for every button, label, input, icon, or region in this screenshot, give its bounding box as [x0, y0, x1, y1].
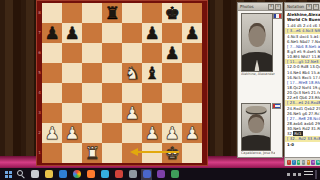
- notation-line[interactable]: [ 32...Rd2 33.Rc8+ Kg7 ]: [285, 136, 320, 141]
- square-b4[interactable]: [62, 83, 82, 103]
- square-a1[interactable]: [42, 143, 62, 163]
- taskbar: [0, 168, 320, 180]
- board[interactable]: ♜♚♟♟♟♟♟♞♝♟♟♟♟♟♟♜♚: [42, 3, 202, 163]
- white-rook-c1[interactable]: ♜: [84, 143, 99, 163]
- square-g2[interactable]: ♟: [162, 123, 182, 143]
- notation-line[interactable]: 14.Ne4 Bb4 15.a5 0-0: [285, 70, 320, 75]
- square-a2[interactable]: ♟: [42, 123, 62, 143]
- notation-line[interactable]: [ 23...e4 24.Rxd8 Rxd8 ]: [285, 100, 320, 105]
- taskbar-app-icon-1[interactable]: [31, 170, 39, 178]
- notation-titlebar[interactable]: Notation ▾ x: [285, 3, 320, 11]
- square-h7[interactable]: ♟: [182, 23, 202, 43]
- square-h2[interactable]: ♟: [182, 123, 202, 143]
- square-b2[interactable]: ♟: [62, 123, 82, 143]
- taskbar-app-icon-7[interactable]: [115, 170, 123, 178]
- square-b6[interactable]: [62, 43, 82, 63]
- annotation-tool-?[interactable]: ?: [292, 160, 296, 165]
- square-g5[interactable]: [162, 63, 182, 83]
- black-pawn-g6[interactable]: ♟: [164, 43, 179, 63]
- taskbar-app-icon-9[interactable]: [143, 170, 151, 178]
- notation-toolbar: !?±=+∞N: [285, 157, 320, 166]
- taskbar-app-icon-5[interactable]: [87, 170, 95, 178]
- annotation-tool-±[interactable]: ±: [297, 160, 301, 165]
- square-e6[interactable]: [122, 43, 142, 63]
- square-d5[interactable]: [102, 63, 122, 83]
- portrait-hat: [246, 106, 267, 113]
- taskbar-app-icon-6[interactable]: [101, 170, 109, 178]
- square-g4[interactable]: [162, 83, 182, 103]
- black-rook-d8[interactable]: ♜: [104, 3, 119, 23]
- taskbar-app-icon-8[interactable]: [129, 170, 137, 178]
- close-icon[interactable]: x: [275, 4, 281, 10]
- square-b8[interactable]: [62, 3, 82, 23]
- system-tray[interactable]: [287, 170, 320, 179]
- square-d4[interactable]: [102, 83, 122, 103]
- black-pawn-b7[interactable]: ♟: [64, 23, 79, 43]
- square-f6[interactable]: [142, 43, 162, 63]
- show-desktop-button[interactable]: [315, 170, 317, 179]
- portrait-body: [241, 135, 271, 150]
- square-a6[interactable]: [42, 43, 62, 63]
- flag-cuba-icon: [272, 103, 281, 109]
- player-photo-black: [241, 103, 271, 151]
- square-f5[interactable]: ♝: [142, 63, 162, 83]
- square-e8[interactable]: [122, 3, 142, 23]
- notation-line[interactable]: 1-0: [285, 142, 320, 147]
- square-g3[interactable]: [162, 103, 182, 123]
- start-button-icon[interactable]: [5, 171, 12, 178]
- taskbar-app-icon-10[interactable]: [157, 170, 165, 178]
- taskbar-app-icon-4[interactable]: [73, 170, 81, 178]
- desktop: 87654321 abcdefgh ♜♚♟♟♟♟♟♞♝♟♟♟♟♟♟♜♚ Phot…: [0, 0, 320, 180]
- white-pawn-a2[interactable]: ♟: [44, 123, 59, 143]
- square-b5[interactable]: [62, 63, 82, 83]
- pin-icon[interactable]: ▾: [306, 4, 312, 10]
- tray-icon[interactable]: [293, 173, 296, 176]
- square-d3[interactable]: [102, 103, 122, 123]
- square-h5[interactable]: [182, 63, 202, 83]
- square-h3[interactable]: [182, 103, 202, 123]
- square-c1[interactable]: ♜: [82, 143, 102, 163]
- taskbar-app-icon-3[interactable]: [59, 170, 67, 178]
- square-f8[interactable]: [142, 3, 162, 23]
- square-d6[interactable]: [102, 43, 122, 63]
- square-b3[interactable]: [62, 103, 82, 123]
- square-f2[interactable]: ♟: [142, 123, 162, 143]
- square-e3[interactable]: ♟: [122, 103, 142, 123]
- game-header-event: World Ch Buenos Aires (34) 1927: [285, 17, 320, 22]
- square-e2[interactable]: [122, 123, 142, 143]
- notation-move-list[interactable]: 1.d4 d5 2.c4 c6 3.Nf3 Nf6[ 3...e6 4.Nc3 …: [285, 23, 320, 146]
- black-king-g8[interactable]: ♚: [164, 3, 179, 23]
- square-f4[interactable]: [142, 83, 162, 103]
- square-b1[interactable]: [62, 143, 82, 163]
- portrait-head: [248, 114, 264, 133]
- square-a3[interactable]: [42, 103, 62, 123]
- board-window: 87654321 abcdefgh ♜♚♟♟♟♟♟♞♝♟♟♟♟♟♟♜♚: [36, 0, 208, 166]
- square-d7[interactable]: [102, 23, 122, 43]
- black-bishop-f5[interactable]: ♝: [144, 63, 159, 83]
- square-c4[interactable]: [82, 83, 102, 103]
- black-pawn-a7[interactable]: ♟: [44, 23, 59, 43]
- pin-icon[interactable]: ▾: [268, 4, 274, 10]
- white-pawn-g2[interactable]: ♟: [164, 123, 179, 143]
- square-d2[interactable]: [102, 123, 122, 143]
- square-g7[interactable]: [162, 23, 182, 43]
- white-knight-e5[interactable]: ♞: [124, 63, 139, 83]
- black-pawn-f7[interactable]: ♟: [144, 23, 159, 43]
- taskbar-icons: [29, 169, 180, 180]
- portrait-head: [249, 23, 266, 47]
- square-f3[interactable]: [142, 103, 162, 123]
- tray-icon[interactable]: [287, 173, 290, 176]
- square-e7[interactable]: [122, 23, 142, 43]
- square-c3[interactable]: [82, 103, 102, 123]
- white-pawn-e3[interactable]: ♟: [124, 103, 139, 123]
- square-h6[interactable]: [182, 43, 202, 63]
- last-move-arrow-head: [130, 148, 138, 156]
- annotation-tool-∞[interactable]: ∞: [311, 160, 315, 165]
- search-icon[interactable]: [17, 170, 25, 178]
- white-pawn-f2[interactable]: ♟: [144, 123, 159, 143]
- notation-line[interactable]: [ 3...e6 4.Nc3 Nf6 5.Bg5 ]: [285, 28, 320, 33]
- square-f7[interactable]: ♟: [142, 23, 162, 43]
- close-icon[interactable]: x: [313, 4, 319, 10]
- flag-france-icon: [273, 13, 282, 19]
- notation-line[interactable]: 12.0-0 Rd8 13.Qc1 Be6: [285, 64, 320, 69]
- annotation-tool-![interactable]: !: [287, 160, 291, 165]
- last-move-arrow: [137, 151, 179, 153]
- photo-caption-white: Alekhine, Alexander: [241, 72, 275, 76]
- taskbar-app-icon-11[interactable]: [171, 170, 179, 178]
- square-d8[interactable]: ♜: [102, 3, 122, 23]
- square-g6[interactable]: ♟: [162, 43, 182, 63]
- square-a4[interactable]: [42, 83, 62, 103]
- annotation-tool-N[interactable]: N: [316, 160, 320, 165]
- photo-panel-titlebar[interactable]: Photos ▾ x: [238, 3, 282, 11]
- notation-line[interactable]: 24.Rxd1 Qxb2 25.Qxb2 e4: [285, 106, 320, 111]
- annotation-tool-=[interactable]: =: [302, 160, 306, 165]
- square-b7[interactable]: ♟: [62, 23, 82, 43]
- square-h1[interactable]: [182, 143, 202, 163]
- square-a7[interactable]: ♟: [42, 23, 62, 43]
- photo-caption-black: Capablanca, Jose Raul: [241, 151, 275, 155]
- notation-panel: Notation ▾ x Alekhine,Alexander - Capabl…: [284, 2, 320, 166]
- square-c5[interactable]: [82, 63, 102, 83]
- white-pawn-b2[interactable]: ♟: [64, 123, 79, 143]
- square-c7[interactable]: [82, 23, 102, 43]
- photo-panel: Photos ▾ x Alekhine, Alexander Capablanc…: [237, 2, 283, 158]
- taskbar-app-icon-2[interactable]: [45, 170, 53, 178]
- square-c8[interactable]: [82, 3, 102, 23]
- square-g8[interactable]: ♚: [162, 3, 182, 23]
- square-e4[interactable]: [122, 83, 142, 103]
- white-pawn-h2[interactable]: ♟: [184, 123, 199, 143]
- square-a8[interactable]: [42, 3, 62, 23]
- square-d1[interactable]: [102, 143, 122, 163]
- square-c6[interactable]: [82, 43, 102, 63]
- black-pawn-h7[interactable]: ♟: [184, 23, 199, 43]
- square-e5[interactable]: ♞: [122, 63, 142, 83]
- notation-title: Notation: [285, 4, 306, 9]
- tray-clock[interactable]: [304, 171, 313, 177]
- annotation-tool-+[interactable]: +: [307, 160, 311, 165]
- photo-panel-title: Photos: [238, 4, 268, 9]
- square-a5[interactable]: [42, 63, 62, 83]
- tray-icon[interactable]: [298, 173, 301, 176]
- square-h4[interactable]: [182, 83, 202, 103]
- square-h8[interactable]: [182, 3, 202, 23]
- notation-line[interactable]: 4.Nc3 dxc4 5.a4 Bf5: [285, 34, 320, 39]
- player-photo-white: [241, 13, 273, 72]
- square-c2[interactable]: [82, 123, 102, 143]
